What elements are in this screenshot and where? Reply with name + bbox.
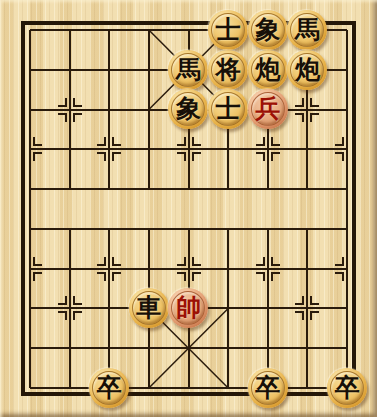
board-point-0-9[interactable] (10, 368, 50, 408)
board-point-4-8[interactable] (169, 328, 209, 368)
board-point-3-3[interactable] (129, 129, 169, 169)
board-point-3-0[interactable] (129, 10, 169, 50)
board-point-6-3[interactable] (248, 129, 288, 169)
board-point-4-6[interactable] (169, 249, 209, 289)
board-point-0-0[interactable] (10, 10, 50, 50)
piece-black-advisor[interactable]: 士 (208, 10, 248, 50)
board-point-8-2[interactable] (327, 90, 367, 130)
board-point-4-2[interactable]: 象 (169, 90, 209, 130)
board-point-2-8[interactable] (89, 328, 129, 368)
board-point-5-6[interactable] (208, 249, 248, 289)
board-point-4-4[interactable] (169, 169, 209, 209)
piece-black-elephant[interactable]: 象 (248, 10, 288, 50)
piece-glyph: 象 (168, 89, 208, 129)
piece-glyph: 象 (248, 10, 288, 50)
board-point-5-7[interactable] (208, 289, 248, 329)
board-point-8-1[interactable] (327, 50, 367, 90)
board-point-1-5[interactable] (50, 209, 90, 249)
board-point-5-3[interactable] (208, 129, 248, 169)
board-point-3-6[interactable] (129, 249, 169, 289)
board-point-4-5[interactable] (169, 209, 209, 249)
board-point-1-3[interactable] (50, 129, 90, 169)
board-point-3-7[interactable]: 車 (129, 289, 169, 329)
board-point-1-8[interactable] (50, 328, 90, 368)
board-point-3-8[interactable] (129, 328, 169, 368)
piece-glyph: 馬 (168, 50, 208, 90)
piece-glyph: 士 (208, 89, 248, 129)
piece-glyph: 卒 (89, 368, 129, 408)
board-point-2-1[interactable] (89, 50, 129, 90)
board-point-7-0[interactable]: 馬 (288, 10, 328, 50)
board-point-5-8[interactable] (208, 328, 248, 368)
board-point-6-5[interactable] (248, 209, 288, 249)
piece-black-elephant[interactable]: 象 (168, 89, 208, 129)
board-point-2-9[interactable]: 卒 (89, 368, 129, 408)
board-point-8-7[interactable] (327, 289, 367, 329)
piece-red-general[interactable]: 帥 (168, 288, 208, 328)
board-point-0-4[interactable] (10, 169, 50, 209)
board-point-4-0[interactable] (169, 10, 209, 50)
piece-black-advisor[interactable]: 士 (208, 89, 248, 129)
board-point-5-9[interactable] (208, 368, 248, 408)
board-point-7-9[interactable] (288, 368, 328, 408)
board-point-6-8[interactable] (248, 328, 288, 368)
board-point-7-7[interactable] (288, 289, 328, 329)
piece-glyph: 兵 (248, 89, 288, 129)
board-point-2-4[interactable] (89, 169, 129, 209)
piece-glyph: 将 (208, 50, 248, 90)
board-point-8-6[interactable] (327, 249, 367, 289)
piece-black-horse[interactable]: 馬 (168, 50, 208, 90)
board-point-8-3[interactable] (327, 129, 367, 169)
board-point-1-6[interactable] (50, 249, 90, 289)
board-point-1-4[interactable] (50, 169, 90, 209)
board-point-3-5[interactable] (129, 209, 169, 249)
board-point-2-5[interactable] (89, 209, 129, 249)
board-point-1-2[interactable] (50, 90, 90, 130)
board-point-8-4[interactable] (327, 169, 367, 209)
xiangqi-board: 士象馬馬将炮炮象士兵車帥卒卒卒 (0, 0, 377, 417)
piece-glyph: 卒 (248, 368, 288, 408)
board-point-1-7[interactable] (50, 289, 90, 329)
board-point-7-6[interactable] (288, 249, 328, 289)
board-point-2-6[interactable] (89, 249, 129, 289)
board-point-7-4[interactable] (288, 169, 328, 209)
board-point-6-2[interactable]: 兵 (248, 90, 288, 130)
piece-glyph: 炮 (248, 50, 288, 90)
board-point-0-8[interactable] (10, 328, 50, 368)
board-point-6-1[interactable]: 炮 (248, 50, 288, 90)
board-intersections: 士象馬馬将炮炮象士兵車帥卒卒卒 (10, 10, 367, 408)
board-point-4-3[interactable] (169, 129, 209, 169)
board-point-7-2[interactable] (288, 90, 328, 130)
board-point-4-9[interactable] (169, 368, 209, 408)
piece-red-soldier[interactable]: 兵 (248, 89, 288, 129)
board-point-0-2[interactable] (10, 90, 50, 130)
piece-black-soldier[interactable]: 卒 (248, 368, 288, 408)
board-point-2-0[interactable] (89, 10, 129, 50)
piece-black-cannon[interactable]: 炮 (287, 50, 327, 90)
board-point-0-3[interactable] (10, 129, 50, 169)
board-point-6-9[interactable]: 卒 (248, 368, 288, 408)
piece-black-cannon[interactable]: 炮 (248, 50, 288, 90)
board-point-3-4[interactable] (129, 169, 169, 209)
piece-glyph: 帥 (168, 288, 208, 328)
board-point-7-5[interactable] (288, 209, 328, 249)
board-point-2-7[interactable] (89, 289, 129, 329)
board-point-0-1[interactable] (10, 50, 50, 90)
board-point-7-3[interactable] (288, 129, 328, 169)
piece-black-soldier[interactable]: 卒 (327, 368, 367, 408)
board-point-0-7[interactable] (10, 289, 50, 329)
board-point-6-7[interactable] (248, 289, 288, 329)
board-point-6-4[interactable] (248, 169, 288, 209)
piece-glyph: 炮 (287, 50, 327, 90)
piece-glyph: 車 (129, 288, 169, 328)
piece-glyph: 士 (208, 10, 248, 50)
board-point-8-0[interactable] (327, 10, 367, 50)
piece-glyph: 卒 (327, 368, 367, 408)
board-point-8-5[interactable] (327, 209, 367, 249)
board-point-5-2[interactable]: 士 (208, 90, 248, 130)
piece-black-horse[interactable]: 馬 (287, 10, 327, 50)
board-point-1-1[interactable] (50, 50, 90, 90)
board-point-7-1[interactable]: 炮 (288, 50, 328, 90)
board-point-7-8[interactable] (288, 328, 328, 368)
board-point-0-5[interactable] (10, 209, 50, 249)
board-point-4-1[interactable]: 馬 (169, 50, 209, 90)
board-point-5-0[interactable]: 士 (208, 10, 248, 50)
board-point-2-3[interactable] (89, 129, 129, 169)
board-point-3-9[interactable] (129, 368, 169, 408)
board-point-0-6[interactable] (10, 249, 50, 289)
board-point-1-0[interactable] (50, 10, 90, 50)
board-point-1-9[interactable] (50, 368, 90, 408)
board-point-8-9[interactable]: 卒 (327, 368, 367, 408)
board-point-3-1[interactable] (129, 50, 169, 90)
board-point-4-7[interactable]: 帥 (169, 289, 209, 329)
board-point-6-6[interactable] (248, 249, 288, 289)
piece-black-general[interactable]: 将 (208, 50, 248, 90)
board-point-8-8[interactable] (327, 328, 367, 368)
board-point-6-0[interactable]: 象 (248, 10, 288, 50)
board-point-2-2[interactable] (89, 90, 129, 130)
board-point-5-1[interactable]: 将 (208, 50, 248, 90)
board-point-5-4[interactable] (208, 169, 248, 209)
board-point-3-2[interactable] (129, 90, 169, 130)
piece-glyph: 馬 (287, 10, 327, 50)
board-point-5-5[interactable] (208, 209, 248, 249)
piece-black-soldier[interactable]: 卒 (89, 368, 129, 408)
piece-black-chariot[interactable]: 車 (129, 288, 169, 328)
